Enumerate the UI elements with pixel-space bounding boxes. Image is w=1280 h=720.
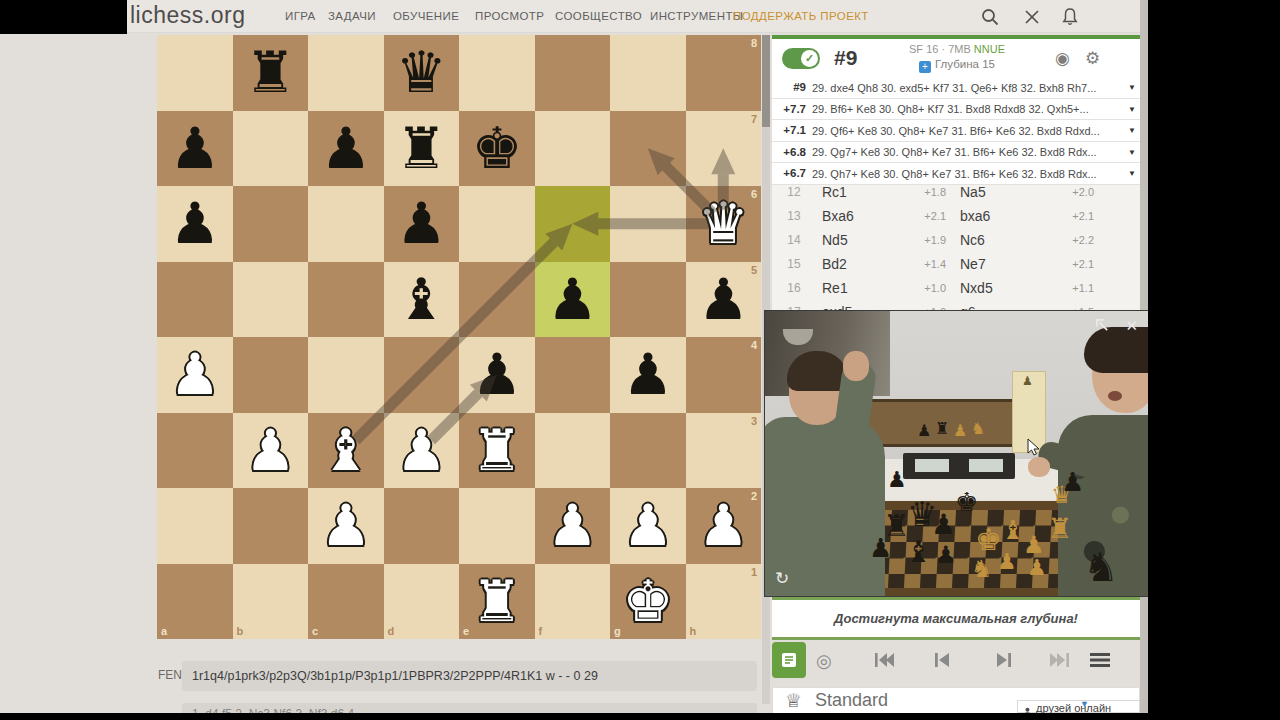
fen-label: FEN [158,668,182,682]
move-row-12: 12Rc1+1.8Na5+2.0 [772,185,1140,205]
square-a2[interactable] [157,488,233,564]
square-h1[interactable]: 1h [686,564,762,640]
white-move[interactable]: exd5 [822,304,852,311]
move-number: 16 [782,281,806,295]
black-eval: +1.1 [1048,282,1094,294]
black-move[interactable]: Nxd5 [960,280,993,296]
black-pawn-e4[interactable]: ♟ [459,337,535,413]
white-eval: +1.9 [902,234,946,246]
chess-board[interactable]: ♜♛8♟♟♜♚7♟♟♛6♝♟♟5♟♟♟4♟♝♟♜3♟♟♟♟2abcd♜ef♚g1… [157,35,761,639]
black-eval: +2.1 [1048,210,1094,222]
rank-label-4: 4 [751,339,757,351]
black-king-e7[interactable]: ♚ [459,111,535,187]
person-icon [1023,702,1032,711]
square-h2[interactable]: ♟2 [686,488,762,564]
file-label-a: a [161,625,167,637]
physical-piece: ♟ [1061,469,1084,495]
square-e6[interactable] [459,186,535,262]
line-moves: 29. Qg7+ Ke8 30. Qh8+ Ke7 31. Bf6+ Ke6 3… [812,146,1122,158]
square-d5[interactable]: ♝ [384,262,460,338]
square-f4[interactable] [535,337,611,413]
expand-line-icon[interactable]: ▼ [1128,83,1136,92]
white-move[interactable]: Bxa6 [822,208,854,224]
square-g1[interactable]: ♚g [610,564,686,640]
physical-piece: ♟ [887,469,907,491]
rank-label-6: 6 [751,188,757,200]
square-a5[interactable] [157,262,233,338]
square-d1[interactable]: d [384,564,460,640]
physical-piece: ♟ [931,511,956,539]
file-label-g: g [614,625,621,637]
white-rook-e3[interactable]: ♜ [459,413,535,489]
square-d8[interactable]: ♛ [384,35,460,111]
black-queen-d8[interactable]: ♛ [384,35,460,111]
physical-piece: ♟ [935,543,957,567]
square-a1[interactable]: a [157,564,233,640]
square-c6[interactable] [308,186,384,262]
square-h4[interactable]: 4 [686,337,762,413]
square-g8[interactable] [610,35,686,111]
practice-circle-icon[interactable]: ◎ [816,650,840,674]
last-move-button[interactable] [1048,648,1072,672]
book-icon [779,650,799,670]
black-bishop-d5[interactable]: ♝ [384,262,460,338]
search-icon[interactable] [980,7,1000,27]
line-moves: 29. Qf6+ Ke8 30. Qh8+ Ke7 31. Bf6+ Ke6 3… [812,125,1122,137]
square-b3[interactable]: ♟ [233,413,309,489]
white-bishop-c3[interactable]: ♝ [308,413,384,489]
white-pawn-g2[interactable]: ♟ [610,488,686,564]
white-move[interactable]: Nd5 [822,232,848,248]
physical-piece: ♟ [1027,557,1047,579]
black-move[interactable]: g6 [960,304,976,311]
video-overlay[interactable]: ♜♛♟♟♝♟♚♟♚♝♟♜♟♟♞♛♟♜♟♞♟♞ ↻ ✕ [765,311,1148,596]
practice-target-icon[interactable]: ◉ [1055,48,1070,68]
square-c3[interactable]: ♝ [308,413,384,489]
black-eval: +2.2 [1048,234,1094,246]
square-b5[interactable] [233,262,309,338]
letterbox-bottom [0,713,1280,720]
max-depth-message: Достигнута максимальная глубина! [772,597,1140,640]
square-a7[interactable]: ♟ [157,111,233,187]
file-label-f: f [539,625,543,637]
square-b4[interactable] [233,337,309,413]
square-e3[interactable]: ♜ [459,413,535,489]
engine-eval: #9 [834,46,857,70]
square-c5[interactable] [308,262,384,338]
white-move[interactable]: Re1 [822,280,848,296]
square-f3[interactable] [535,413,611,489]
expand-line-icon[interactable]: ▼ [1128,126,1136,135]
close-search-icon[interactable] [1022,7,1042,27]
square-f8[interactable] [535,35,611,111]
file-label-b: b [237,625,244,637]
black-move[interactable]: Na5 [960,185,986,200]
engine-lines: #929. dxe4 Qh8 30. exd5+ Kf7 31. Qe6+ Kf… [772,77,1140,185]
square-c1[interactable]: c [308,564,384,640]
physical-piece: ♞ [1083,547,1119,587]
white-eval: +1.0 [902,282,946,294]
square-f6[interactable] [535,186,611,262]
move-number: 14 [782,233,806,247]
friends-online[interactable]: друзей онлайн [1017,700,1140,713]
square-b8[interactable]: ♜ [233,35,309,111]
move-row-16: 16Re1+1.0Nxd5+1.1 [772,277,1140,301]
white-rook-e1[interactable]: ♜ [459,564,535,640]
square-g2[interactable]: ♟ [610,488,686,564]
variant-label: Standard [815,690,888,711]
square-b6[interactable] [233,186,309,262]
top-nav: lichess.org ИГРА ЗАДАЧИ ОБУЧЕНИЕ ПРОСМОТ… [0,0,1148,33]
square-d2[interactable] [384,488,460,564]
square-a4[interactable]: ♟ [157,337,233,413]
square-e7[interactable]: ♚ [459,111,535,187]
physical-piece: ♝ [905,537,932,567]
gear-icon[interactable]: ⚙ [1085,48,1100,68]
rank-label-5: 5 [751,264,757,276]
nav-item-play[interactable]: ИГРА [285,10,316,22]
physical-piece: ♝ [1001,517,1024,543]
physical-piece: ♟ [997,551,1017,573]
analysis-controls: ◎ [772,640,1140,687]
square-h8[interactable]: 8 [686,35,762,111]
square-h7[interactable]: 7 [686,111,762,187]
physical-piece: ♞ [971,557,993,581]
rank-label-1: 1 [751,566,757,578]
black-pawn-a7[interactable]: ♟ [157,111,233,187]
nav-item-puzzles[interactable]: ЗАДАЧИ [328,10,376,22]
black-pawn-f5[interactable]: ♟ [535,262,611,338]
rank-label-7: 7 [751,113,757,125]
move-row-15: 15Bd2+1.4Ne7+2.1 [772,253,1140,277]
black-rook-b8[interactable]: ♜ [233,35,309,111]
nav-item-learn[interactable]: ОБУЧЕНИЕ [393,10,459,22]
black-move[interactable]: bxa6 [960,208,990,224]
line-eval: #9 [776,81,806,93]
lichess-logo[interactable]: lichess.org [130,2,245,29]
expand-line-icon[interactable]: ▼ [1128,148,1136,157]
white-pawn-a4[interactable]: ♟ [157,337,233,413]
plus-depth-icon[interactable]: + [919,61,931,73]
move-number: 15 [782,257,806,271]
next-move-button[interactable] [992,648,1016,672]
move-number: 12 [782,185,806,199]
engine-line-4[interactable]: +6.829. Qg7+ Ke8 30. Qh8+ Ke7 31. Bf6+ K… [772,142,1140,164]
square-e2[interactable] [459,488,535,564]
popout-icon[interactable] [1095,318,1110,333]
move-list: 12Rc1+1.8Na5+2.013Bxa6+2.1bxa6+2.114Nd5+… [772,185,1140,311]
black-pawn-a6[interactable]: ♟ [157,186,233,262]
square-b1[interactable]: b [233,564,309,640]
square-d7[interactable]: ♜ [384,111,460,187]
opening-book-button[interactable] [772,642,806,678]
replay-icon[interactable]: ↻ [775,568,789,588]
square-c7[interactable]: ♟ [308,111,384,187]
square-h5[interactable]: ♟5 [686,262,762,338]
physical-piece: ♚ [955,489,978,515]
engine-name: SF 16 · 7MB NNUE [877,43,1037,55]
square-a8[interactable] [157,35,233,111]
letterbox-right [1148,0,1280,720]
nav-item-watch[interactable]: ПРОСМОТР [475,10,544,22]
square-a6[interactable]: ♟ [157,186,233,262]
bell-icon[interactable] [1060,7,1080,27]
white-pawn-b3[interactable]: ♟ [233,413,309,489]
rank-label-3: 3 [751,415,757,427]
black-pawn-c7[interactable]: ♟ [308,111,384,187]
square-g5[interactable] [610,262,686,338]
first-move-button[interactable] [872,648,896,672]
file-label-c: c [312,625,318,637]
line-eval: +6.7 [776,167,806,179]
white-eval: +1.8 [902,186,946,198]
square-h6[interactable]: ♛6 [686,186,762,262]
square-h3[interactable]: 3 [686,413,762,489]
white-pawn-f2[interactable]: ♟ [535,488,611,564]
white-queen-h6[interactable]: ♛ [686,186,762,262]
black-move[interactable]: Nc6 [960,232,985,248]
check-icon: ✓ [801,50,818,67]
black-eval: +2.0 [1048,186,1094,198]
rank-label-2: 2 [751,490,757,502]
white-pawn-h2[interactable]: ♟ [686,488,762,564]
expand-line-icon[interactable]: ▼ [1128,105,1136,114]
square-b7[interactable] [233,111,309,187]
physical-piece: ♟ [869,535,892,561]
nav-item-community[interactable]: СООБЩЕСТВО [555,10,642,22]
square-c8[interactable] [308,35,384,111]
square-c2[interactable]: ♟ [308,488,384,564]
nav-item-donate[interactable]: ПОДДЕРЖАТЬ ПРОЕКТ [733,10,869,22]
engine-line-2[interactable]: +7.729. Bf6+ Ke8 30. Qh8+ Kf7 31. Bxd8 R… [772,99,1140,121]
white-move[interactable]: Rc1 [822,185,847,200]
black-pawn-h5[interactable]: ♟ [686,262,762,338]
close-icon[interactable]: ✕ [1125,317,1138,335]
chevron-down-icon[interactable]: ▼ [1080,699,1089,709]
physical-piece: ♜ [1047,515,1072,543]
move-row-13: 13Bxa6+2.1bxa6+2.1 [772,205,1140,229]
mouse-cursor [1026,438,1045,457]
white-eval: +2.1 [902,210,946,222]
line-moves: 29. Bf6+ Ke8 30. Qh8+ Kf7 31. Bxd8 Rdxd8… [812,103,1122,115]
engine-line-1[interactable]: #929. dxe4 Qh8 30. exd5+ Kf7 31. Qe6+ Kf… [772,77,1140,99]
move-number: 13 [782,209,806,223]
file-label-d: d [388,625,395,637]
square-d3[interactable]: ♟ [384,413,460,489]
engine-panel-header: ✓ #9 SF 16 · 7MB NNUE +Глубина 15 ◉ ⚙ [772,35,1140,77]
file-label-h: h [690,625,697,637]
white-move[interactable]: Bd2 [822,256,847,272]
line-moves: 29. dxe4 Qh8 30. exd5+ Kf7 31. Qe6+ Kf8 … [812,82,1122,94]
line-eval: +7.7 [776,103,806,115]
square-c4[interactable] [308,337,384,413]
physical-piece: ♜ [935,421,949,437]
square-f7[interactable] [535,111,611,187]
nav-item-tools[interactable]: ИНСТРУМЕНТЫ [650,10,743,22]
engine-toggle[interactable]: ✓ [782,48,820,69]
black-pawn-g4[interactable]: ♟ [610,337,686,413]
square-e4[interactable]: ♟ [459,337,535,413]
black-move[interactable]: Ne7 [960,256,986,272]
prev-move-button[interactable] [930,648,954,672]
square-e8[interactable] [459,35,535,111]
engine-line-3[interactable]: +7.129. Qf6+ Ke8 30. Qh8+ Ke7 31. Bf6+ K… [772,120,1140,142]
white-pawn-c2[interactable]: ♟ [308,488,384,564]
square-g7[interactable] [610,111,686,187]
white-king-g1[interactable]: ♚ [610,564,686,640]
fen-input[interactable]: 1r1q4/p1prk3/p2p3Q/3b1p1p/P3p1p1/1PBPR3/… [182,661,757,691]
physical-piece: ♟ [953,423,967,439]
black-rook-d7[interactable]: ♜ [384,111,460,187]
square-b2[interactable] [233,488,309,564]
square-d6[interactable]: ♟ [384,186,460,262]
menu-hamburger-icon[interactable] [1088,648,1112,672]
square-g3[interactable] [610,413,686,489]
square-f2[interactable]: ♟ [535,488,611,564]
square-d4[interactable] [384,337,460,413]
square-f5[interactable]: ♟ [535,262,611,338]
black-eval: +2.1 [1048,258,1094,270]
square-f1[interactable]: f [535,564,611,640]
engine-line-5[interactable]: +6.729. Qh7+ Ke8 30. Qh8+ Ke7 31. Bf6+ K… [772,163,1140,185]
expand-line-icon[interactable]: ▼ [1128,169,1136,178]
move-row-14: 14Nd5+1.9Nc6+2.2 [772,229,1140,253]
chess-clock [903,453,1015,479]
black-pawn-d6[interactable]: ♟ [384,186,460,262]
physical-piece: ♞ [971,421,985,437]
file-label-e: e [463,625,469,637]
rank-label-8: 8 [751,37,757,49]
white-pawn-d3[interactable]: ♟ [384,413,460,489]
physical-piece: ♟ [1023,533,1045,557]
square-a3[interactable] [157,413,233,489]
square-g6[interactable] [610,186,686,262]
crown-icon: ♕ [785,689,802,711]
line-eval: +6.8 [776,146,806,158]
line-eval: +7.1 [776,124,806,136]
square-e5[interactable] [459,262,535,338]
letterbox-top-left [0,0,127,34]
line-moves: 29. Qh7+ Ke8 30. Qh8+ Ke7 31. Bf6+ Ke6 3… [812,168,1122,180]
white-eval: +1.4 [902,258,946,270]
move-row-17: 17exd5+1.0g6+1.5 [772,301,1140,311]
square-g4[interactable]: ♟ [610,337,686,413]
engine-depth: +Глубина 15 [877,58,1037,73]
square-e1[interactable]: ♜e [459,564,535,640]
physical-piece: ♟ [917,423,931,439]
